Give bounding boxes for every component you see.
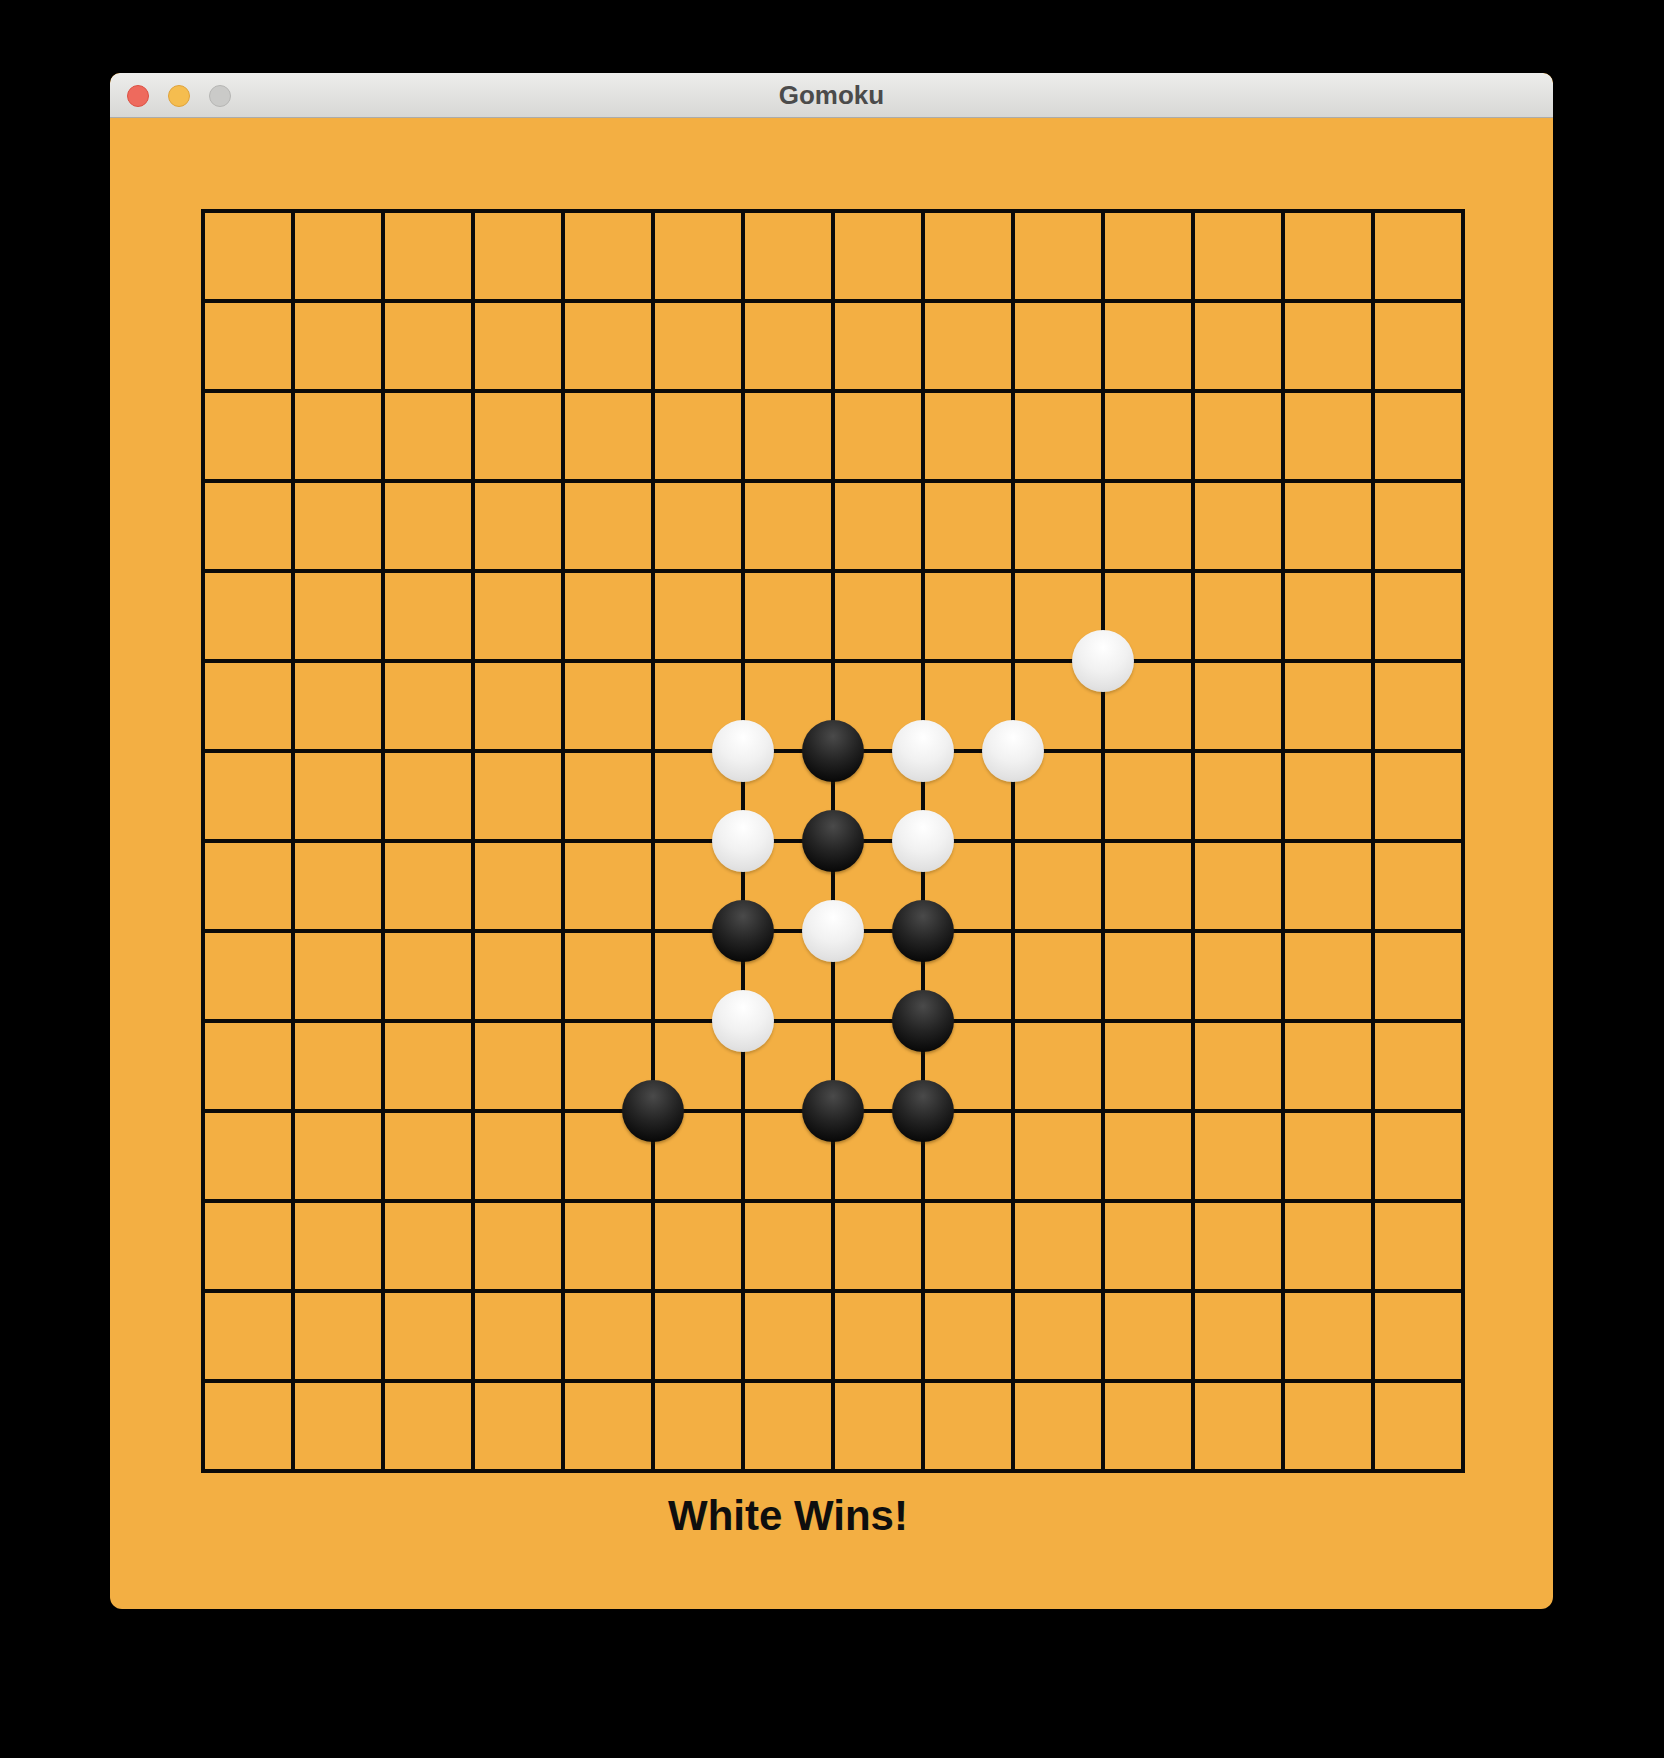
status-message: White Wins! <box>668 1492 908 1540</box>
white-stone <box>712 990 774 1052</box>
window-title: Gomoku <box>110 73 1553 117</box>
black-stone <box>712 900 774 962</box>
white-stone <box>712 810 774 872</box>
white-stone <box>1072 630 1134 692</box>
black-stone <box>892 990 954 1052</box>
white-stone <box>802 900 864 962</box>
black-stone <box>892 900 954 962</box>
white-stone <box>892 810 954 872</box>
black-stone <box>802 1080 864 1142</box>
white-stone <box>982 720 1044 782</box>
black-stone <box>802 810 864 872</box>
gomoku-board[interactable] <box>201 209 1465 1473</box>
white-stone <box>712 720 774 782</box>
title-bar[interactable]: Gomoku <box>110 73 1553 118</box>
black-stone <box>892 1080 954 1142</box>
gomoku-window: Gomoku White Wins! <box>110 73 1553 1609</box>
black-stone <box>802 720 864 782</box>
black-stone <box>622 1080 684 1142</box>
desktop-background: { "window": { "title": "Gomoku", "contro… <box>0 0 1664 1758</box>
white-stone <box>892 720 954 782</box>
